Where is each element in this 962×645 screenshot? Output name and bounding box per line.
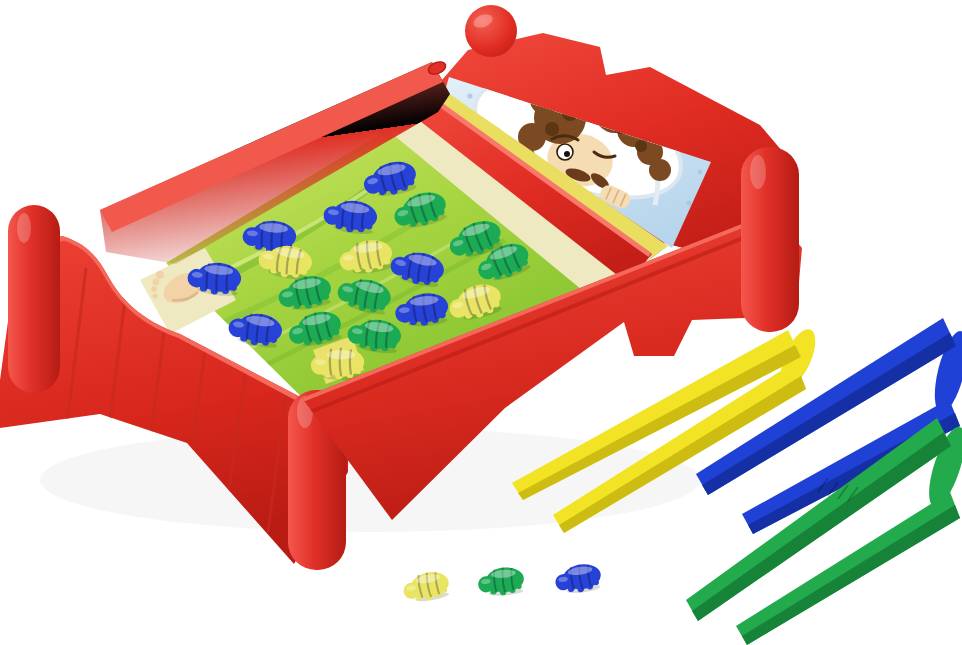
toe bbox=[153, 279, 160, 286]
right-bedpost-highlight bbox=[750, 155, 766, 189]
toe bbox=[151, 286, 157, 292]
toe bbox=[156, 271, 164, 279]
loose-bugs-layer bbox=[401, 562, 603, 605]
product-photo bbox=[0, 0, 962, 645]
tweezer-prong-shade bbox=[742, 505, 960, 645]
left-bedpost bbox=[8, 205, 60, 393]
headboard-knob bbox=[465, 5, 517, 57]
toe bbox=[152, 293, 157, 298]
yellow-bug[interactable] bbox=[401, 569, 451, 605]
bed-bugs-scene bbox=[0, 0, 962, 645]
open-eye-pupil bbox=[564, 151, 570, 157]
left-bedpost-highlight bbox=[17, 213, 31, 243]
right-bedpost bbox=[741, 147, 799, 332]
green-bug[interactable] bbox=[477, 566, 525, 598]
green-tweezers[interactable] bbox=[686, 418, 962, 645]
blue-bug[interactable] bbox=[553, 562, 603, 596]
